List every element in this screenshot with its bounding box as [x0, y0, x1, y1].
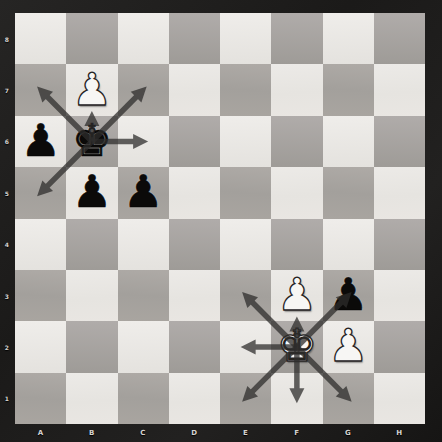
- square-a5[interactable]: [15, 167, 66, 218]
- file-label-e: E: [243, 429, 248, 437]
- square-d2[interactable]: [169, 321, 220, 372]
- square-d5[interactable]: [169, 167, 220, 218]
- rank-label-7: 7: [5, 87, 10, 94]
- square-b3[interactable]: [66, 270, 117, 321]
- square-e3[interactable]: [220, 270, 271, 321]
- square-f2[interactable]: ♚: [271, 321, 322, 372]
- black-pawn-a6[interactable]: ♟: [20, 118, 60, 163]
- square-g1[interactable]: [323, 373, 374, 424]
- square-e2[interactable]: [220, 321, 271, 372]
- square-b7[interactable]: ♟: [66, 64, 117, 115]
- square-d1[interactable]: [169, 373, 220, 424]
- square-g7[interactable]: [323, 64, 374, 115]
- white-pawn-b7[interactable]: ♟: [72, 67, 112, 112]
- square-b5[interactable]: ♟: [66, 167, 117, 218]
- square-f1[interactable]: [271, 373, 322, 424]
- square-g5[interactable]: [323, 167, 374, 218]
- file-label-b: B: [89, 429, 95, 437]
- square-c6[interactable]: [118, 116, 169, 167]
- square-h6[interactable]: [374, 116, 425, 167]
- square-h2[interactable]: [374, 321, 425, 372]
- square-e4[interactable]: [220, 219, 271, 270]
- square-c7[interactable]: [118, 64, 169, 115]
- square-f4[interactable]: [271, 219, 322, 270]
- square-b4[interactable]: [66, 219, 117, 270]
- square-g4[interactable]: [323, 219, 374, 270]
- square-a1[interactable]: [15, 373, 66, 424]
- square-f5[interactable]: [271, 167, 322, 218]
- rank-label-1: 1: [5, 395, 10, 402]
- file-label-a: A: [38, 429, 44, 437]
- square-h4[interactable]: [374, 219, 425, 270]
- square-a6[interactable]: ♟: [15, 116, 66, 167]
- white-king-f2[interactable]: ♚: [277, 323, 317, 368]
- square-e5[interactable]: [220, 167, 271, 218]
- file-label-d: D: [191, 429, 197, 437]
- square-h1[interactable]: [374, 373, 425, 424]
- rank-label-5: 5: [5, 189, 10, 196]
- rank-label-6: 6: [5, 138, 10, 145]
- file-label-h: H: [396, 429, 402, 437]
- file-label-f: F: [294, 429, 299, 437]
- square-c4[interactable]: [118, 219, 169, 270]
- square-b1[interactable]: [66, 373, 117, 424]
- square-a8[interactable]: [15, 13, 66, 64]
- square-g6[interactable]: [323, 116, 374, 167]
- square-a2[interactable]: [15, 321, 66, 372]
- square-b2[interactable]: [66, 321, 117, 372]
- square-d6[interactable]: [169, 116, 220, 167]
- square-c2[interactable]: [118, 321, 169, 372]
- square-c8[interactable]: [118, 13, 169, 64]
- square-b8[interactable]: [66, 13, 117, 64]
- black-pawn-b5[interactable]: ♟: [72, 169, 112, 214]
- square-h5[interactable]: [374, 167, 425, 218]
- square-e6[interactable]: [220, 116, 271, 167]
- rank-label-8: 8: [5, 35, 10, 42]
- black-pawn-g3[interactable]: ♟: [328, 272, 368, 317]
- square-h7[interactable]: [374, 64, 425, 115]
- square-g8[interactable]: [323, 13, 374, 64]
- square-e8[interactable]: [220, 13, 271, 64]
- square-b6[interactable]: ♚: [66, 116, 117, 167]
- square-e7[interactable]: [220, 64, 271, 115]
- chess-board: ♟♟♚♟♟♟♟♚♟: [15, 13, 425, 424]
- square-a7[interactable]: [15, 64, 66, 115]
- square-f7[interactable]: [271, 64, 322, 115]
- square-h3[interactable]: [374, 270, 425, 321]
- square-f3[interactable]: ♟: [271, 270, 322, 321]
- square-h8[interactable]: [374, 13, 425, 64]
- square-e1[interactable]: [220, 373, 271, 424]
- white-pawn-g2[interactable]: ♟: [328, 323, 368, 368]
- square-g3[interactable]: ♟: [323, 270, 374, 321]
- square-g2[interactable]: ♟: [323, 321, 374, 372]
- rank-label-3: 3: [5, 292, 10, 299]
- square-d7[interactable]: [169, 64, 220, 115]
- rank-label-2: 2: [5, 343, 10, 350]
- square-c1[interactable]: [118, 373, 169, 424]
- square-d4[interactable]: [169, 219, 220, 270]
- chess-diagram: ♟♟♚♟♟♟♟♚♟ 87654321ABCDEFGH: [0, 0, 442, 442]
- square-d3[interactable]: [169, 270, 220, 321]
- square-f6[interactable]: [271, 116, 322, 167]
- black-king-b6[interactable]: ♚: [72, 118, 112, 163]
- square-c5[interactable]: ♟: [118, 167, 169, 218]
- white-pawn-f3[interactable]: ♟: [277, 272, 317, 317]
- square-c3[interactable]: [118, 270, 169, 321]
- square-a3[interactable]: [15, 270, 66, 321]
- black-pawn-c5[interactable]: ♟: [123, 169, 163, 214]
- square-a4[interactable]: [15, 219, 66, 270]
- rank-label-4: 4: [5, 241, 10, 248]
- square-d8[interactable]: [169, 13, 220, 64]
- file-label-g: G: [345, 429, 351, 437]
- file-label-c: C: [140, 429, 146, 437]
- square-f8[interactable]: [271, 13, 322, 64]
